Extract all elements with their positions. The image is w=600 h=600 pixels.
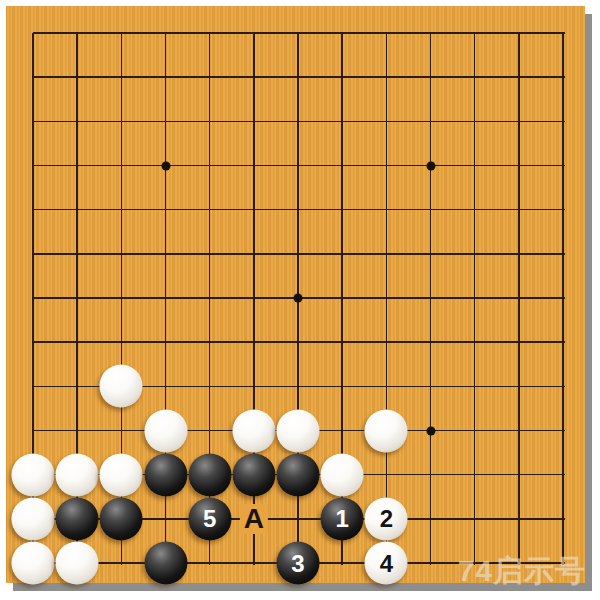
star-point <box>426 161 435 170</box>
black-stone[interactable]: 5 <box>188 497 231 540</box>
grid-line-horizontal <box>33 341 565 343</box>
white-stone[interactable] <box>232 409 275 452</box>
white-stone[interactable] <box>12 497 55 540</box>
board-overlay: 51234A <box>0 0 600 600</box>
grid-line-vertical <box>430 33 432 565</box>
white-stone[interactable] <box>100 365 143 408</box>
watermark-text: 74启示号 <box>458 551 586 592</box>
star-point <box>426 426 435 435</box>
white-stone[interactable]: 4 <box>365 542 408 585</box>
move-number-label: 5 <box>203 507 216 531</box>
white-stone[interactable] <box>100 453 143 496</box>
black-stone[interactable] <box>188 453 231 496</box>
black-stone[interactable] <box>144 542 187 585</box>
white-stone[interactable] <box>12 453 55 496</box>
white-stone[interactable] <box>321 453 364 496</box>
grid-line-vertical <box>518 33 520 565</box>
point-label-A[interactable]: A <box>240 504 268 534</box>
white-stone[interactable]: 2 <box>365 497 408 540</box>
black-stone[interactable]: 3 <box>277 542 320 585</box>
black-stone[interactable] <box>56 497 99 540</box>
grid-line-horizontal <box>33 76 565 78</box>
grid-line-horizontal <box>33 209 565 211</box>
black-stone[interactable] <box>144 453 187 496</box>
grid-line-horizontal <box>33 253 565 255</box>
white-stone[interactable] <box>12 542 55 585</box>
star-point <box>294 294 303 303</box>
black-stone[interactable]: 1 <box>321 497 364 540</box>
star-point <box>161 161 170 170</box>
black-stone[interactable] <box>277 453 320 496</box>
white-stone[interactable] <box>56 542 99 585</box>
move-number-label: 3 <box>291 551 304 575</box>
grid-line-vertical <box>386 33 388 565</box>
white-stone[interactable] <box>365 409 408 452</box>
move-number-label: 1 <box>335 507 348 531</box>
grid-line-horizontal <box>33 121 565 123</box>
move-number-label: 2 <box>380 507 393 531</box>
grid-line-horizontal <box>33 165 565 167</box>
white-stone[interactable] <box>56 453 99 496</box>
black-stone[interactable] <box>100 497 143 540</box>
black-stone[interactable] <box>232 453 275 496</box>
grid-line-vertical <box>562 33 564 565</box>
white-stone[interactable] <box>277 409 320 452</box>
move-number-label: 4 <box>380 551 393 575</box>
white-stone[interactable] <box>144 409 187 452</box>
go-board-screenshot: 51234A 74启示号 <box>0 0 600 600</box>
grid-line-horizontal <box>33 32 565 34</box>
grid-line-vertical <box>474 33 476 565</box>
